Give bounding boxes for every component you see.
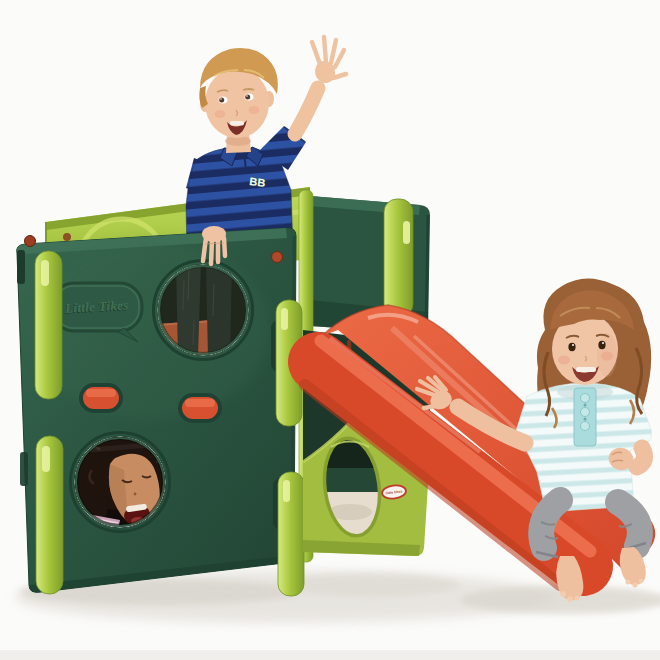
panel-slot: [20, 452, 28, 486]
panel-slot: [17, 250, 25, 284]
shirt-patch: BB: [249, 175, 266, 189]
rivet: [63, 233, 71, 241]
handle-slot: [403, 221, 410, 244]
shirt-patch-text: BB: [249, 175, 266, 189]
product-photo: BB: [0, 0, 660, 660]
rivet: [25, 236, 36, 247]
girl-right-arm: [637, 448, 645, 467]
red-hand-hold-left: [79, 383, 123, 413]
red-hand-hold-right: [178, 393, 222, 423]
grab-bar: [278, 472, 304, 596]
corner-handle-post: [384, 199, 413, 317]
girl-placket: [574, 388, 596, 446]
scene-svg: BB: [0, 0, 660, 660]
rivet: [272, 252, 283, 263]
